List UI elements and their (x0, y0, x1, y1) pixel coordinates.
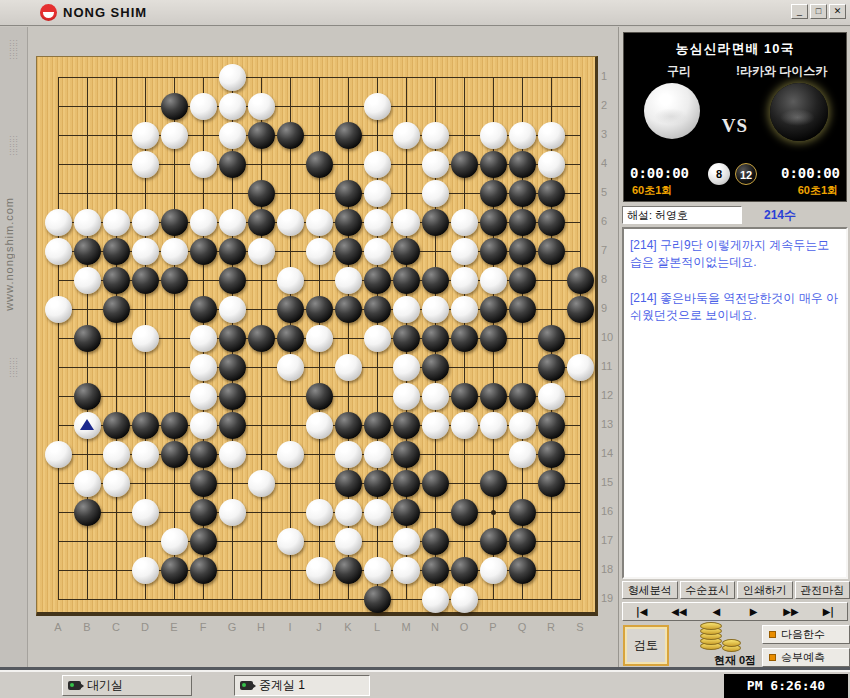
stone-P17 (480, 528, 507, 555)
black-stone-image (770, 83, 828, 141)
row-label: 9 (601, 302, 619, 314)
stone-L19 (364, 586, 391, 613)
star-point (491, 510, 496, 515)
stone-C15 (103, 470, 130, 497)
stone-N10 (422, 325, 449, 352)
row-label: 10 (601, 331, 619, 343)
stone-Q17 (509, 528, 536, 555)
system-clock: PM 6:26:40 (724, 674, 848, 698)
print-button[interactable]: 인쇄하기 (737, 581, 793, 599)
stone-C13 (103, 412, 130, 439)
stone-M6 (393, 209, 420, 236)
stone-R5 (538, 180, 565, 207)
stone-J9 (306, 296, 333, 323)
stone-C7 (103, 238, 130, 265)
stone-L14 (364, 441, 391, 468)
right-byoyomi: 60초1회 (798, 183, 838, 198)
row-label: 1 (601, 70, 619, 82)
col-label: J (309, 621, 329, 633)
stone-L4 (364, 151, 391, 178)
stone-D13 (132, 412, 159, 439)
stone-F18 (190, 557, 217, 584)
stone-P18 (480, 557, 507, 584)
col-label: K (338, 621, 358, 633)
stone-B13 (74, 412, 101, 439)
stone-J4 (306, 151, 333, 178)
app-window: NONG SHIM _ □ ✕ :::::::::::: :::::::::::… (0, 0, 850, 698)
last-move-button[interactable]: ▶| (810, 603, 847, 620)
stone-P12 (480, 383, 507, 410)
stone-Q5 (509, 180, 536, 207)
grip-dots: :::::::::::: (7, 39, 21, 59)
close-button[interactable]: ✕ (829, 4, 846, 19)
col-label: A (48, 621, 68, 633)
stone-M11 (393, 354, 420, 381)
stone-Q9 (509, 296, 536, 323)
col-label: G (222, 621, 242, 633)
stone-R7 (538, 238, 565, 265)
stone-N19 (422, 586, 449, 613)
stone-I10 (277, 325, 304, 352)
stone-N8 (422, 267, 449, 294)
col-label: R (541, 621, 561, 633)
col-label: C (106, 621, 126, 633)
stone-E6 (161, 209, 188, 236)
prediction-button[interactable]: 승부예측 (762, 648, 850, 667)
stone-S8 (567, 267, 594, 294)
col-label: P (483, 621, 503, 633)
camera-icon (240, 681, 253, 690)
stone-P15 (480, 470, 507, 497)
stone-Q14 (509, 441, 536, 468)
match-title: 농심신라면배 10국 (624, 40, 846, 58)
row-label: 2 (601, 99, 619, 111)
stone-G3 (219, 122, 246, 149)
stone-G4 (219, 151, 246, 178)
stone-L8 (364, 267, 391, 294)
stone-K8 (335, 267, 362, 294)
stone-L10 (364, 325, 391, 352)
stone-E18 (161, 557, 188, 584)
stone-N15 (422, 470, 449, 497)
stone-O13 (451, 412, 478, 439)
stone-M17 (393, 528, 420, 555)
leave-button[interactable]: 관전마침 (795, 581, 850, 599)
stone-L18 (364, 557, 391, 584)
orange-bullet-icon (769, 654, 776, 661)
stone-O18 (451, 557, 478, 584)
stone-M13 (393, 412, 420, 439)
stone-R15 (538, 470, 565, 497)
stone-B10 (74, 325, 101, 352)
stone-B16 (74, 499, 101, 526)
chat-message: [214] 좋은바둑을 역전당한것이 매우 아쉬웠던것으로 보이네요. (630, 290, 840, 325)
stone-M10 (393, 325, 420, 352)
row-label: 6 (601, 215, 619, 227)
stone-Q16 (509, 499, 536, 526)
stone-F2 (190, 93, 217, 120)
stone-G6 (219, 209, 246, 236)
stone-A7 (45, 238, 72, 265)
stone-Q4 (509, 151, 536, 178)
tab-broadcast-room[interactable]: 중계실 1 (234, 675, 370, 696)
back-button[interactable]: ◀ (698, 603, 735, 620)
stone-L7 (364, 238, 391, 265)
stone-G14 (219, 441, 246, 468)
stone-P8 (480, 267, 507, 294)
stone-A14 (45, 441, 72, 468)
stone-G16 (219, 499, 246, 526)
stone-K13 (335, 412, 362, 439)
row-label: 14 (601, 447, 619, 459)
stone-B8 (74, 267, 101, 294)
stone-Q13 (509, 412, 536, 439)
stone-I8 (277, 267, 304, 294)
commentator-field[interactable]: 해설: 허영호 (622, 206, 742, 224)
col-label: B (77, 621, 97, 633)
stone-D10 (132, 325, 159, 352)
orange-bullet-icon (769, 631, 776, 638)
next-move-bet-button[interactable]: 다음한수 (762, 625, 850, 644)
stone-Q18 (509, 557, 536, 584)
stone-H15 (248, 470, 275, 497)
stone-F17 (190, 528, 217, 555)
stone-H6 (248, 209, 275, 236)
right-clock: 0:00:00 (781, 165, 840, 181)
stone-P7 (480, 238, 507, 265)
stone-Q7 (509, 238, 536, 265)
back-fast-button[interactable]: ◀◀ (660, 603, 697, 620)
stone-H5 (248, 180, 275, 207)
stone-G1 (219, 64, 246, 91)
stone-L5 (364, 180, 391, 207)
stone-I3 (277, 122, 304, 149)
col-label: F (193, 621, 213, 633)
review-button[interactable]: 검토 (623, 625, 669, 666)
stone-D14 (132, 441, 159, 468)
row-label: 12 (601, 389, 619, 401)
stone-E8 (161, 267, 188, 294)
stone-O4 (451, 151, 478, 178)
stone-M14 (393, 441, 420, 468)
stone-P6 (480, 209, 507, 236)
stone-D18 (132, 557, 159, 584)
chat-message: [214] 구리9단 이렇게까지 계속두는모습은 잘본적이없는데요. (630, 237, 840, 272)
white-count-ball: 8 (708, 163, 730, 185)
col-label: E (164, 621, 184, 633)
nongshim-logo-icon (40, 4, 57, 21)
stone-C6 (103, 209, 130, 236)
stone-J13 (306, 412, 333, 439)
forward-button[interactable]: ▶ (735, 603, 772, 620)
col-label: N (425, 621, 445, 633)
stone-K6 (335, 209, 362, 236)
stone-O19 (451, 586, 478, 613)
stone-N12 (422, 383, 449, 410)
stone-Q3 (509, 122, 536, 149)
stone-K17 (335, 528, 362, 555)
commentary-chat[interactable]: [214] 구리9단 이렇게까지 계속두는모습은 잘본적이없는데요. [214]… (622, 227, 848, 579)
stone-B15 (74, 470, 101, 497)
stone-M9 (393, 296, 420, 323)
bottom-taskbar: 대기실 중계실 1 PM 6:26:40 (0, 670, 850, 698)
stone-J7 (306, 238, 333, 265)
stone-F14 (190, 441, 217, 468)
stone-N5 (422, 180, 449, 207)
row-label: 15 (601, 476, 619, 488)
camera-icon (68, 681, 81, 690)
col-label: O (454, 621, 474, 633)
stone-O6 (451, 209, 478, 236)
window-title: NONG SHIM (63, 5, 147, 20)
stone-F9 (190, 296, 217, 323)
col-label: L (367, 621, 387, 633)
analysis-button[interactable]: 형세분석 (622, 581, 678, 599)
row-label: 17 (601, 534, 619, 546)
last-move-marker (80, 419, 94, 430)
stone-P5 (480, 180, 507, 207)
row-label: 8 (601, 273, 619, 285)
stone-M18 (393, 557, 420, 584)
row-label: 16 (601, 505, 619, 517)
move-nav-bar: |◀ ◀◀ ◀ ▶ ▶▶ ▶| (622, 602, 848, 621)
stone-O8 (451, 267, 478, 294)
row-label: 19 (601, 592, 619, 604)
stone-C8 (103, 267, 130, 294)
col-label: I (280, 621, 300, 633)
left-byoyomi: 60초1회 (632, 183, 672, 198)
stone-F6 (190, 209, 217, 236)
stone-D7 (132, 238, 159, 265)
coins-icon (700, 624, 770, 652)
stone-I11 (277, 354, 304, 381)
grip-dots: :::::::::::: (7, 135, 21, 155)
stone-N4 (422, 151, 449, 178)
cloud-pattern (780, 109, 815, 126)
stone-R11 (538, 354, 565, 381)
stone-D8 (132, 267, 159, 294)
stone-S11 (567, 354, 594, 381)
stone-N13 (422, 412, 449, 439)
stone-Q6 (509, 209, 536, 236)
row-label: 3 (601, 128, 619, 140)
stone-G11 (219, 354, 246, 381)
stone-K14 (335, 441, 362, 468)
stone-M15 (393, 470, 420, 497)
stone-O10 (451, 325, 478, 352)
stone-A6 (45, 209, 72, 236)
stone-J16 (306, 499, 333, 526)
minimize-button[interactable]: _ (791, 4, 808, 19)
stone-F16 (190, 499, 217, 526)
stone-F10 (190, 325, 217, 352)
stone-K16 (335, 499, 362, 526)
stone-H3 (248, 122, 275, 149)
stone-R13 (538, 412, 565, 439)
stone-L6 (364, 209, 391, 236)
stone-R12 (538, 383, 565, 410)
stone-M12 (393, 383, 420, 410)
stone-F7 (190, 238, 217, 265)
stone-B6 (74, 209, 101, 236)
stone-E17 (161, 528, 188, 555)
stone-P10 (480, 325, 507, 352)
col-label: Q (512, 621, 532, 633)
stone-D3 (132, 122, 159, 149)
stone-K5 (335, 180, 362, 207)
stone-F4 (190, 151, 217, 178)
stone-G12 (219, 383, 246, 410)
right-player-name: !라카와 다이스카 (736, 63, 848, 80)
stone-G7 (219, 238, 246, 265)
stone-N3 (422, 122, 449, 149)
stone-D16 (132, 499, 159, 526)
stone-E13 (161, 412, 188, 439)
tab-waiting-room[interactable]: 대기실 (62, 675, 192, 696)
stone-F13 (190, 412, 217, 439)
row-label: 18 (601, 563, 619, 575)
stone-K11 (335, 354, 362, 381)
stone-O9 (451, 296, 478, 323)
stone-L13 (364, 412, 391, 439)
nongshim-url: www.nongshim.com (3, 197, 25, 311)
stone-N18 (422, 557, 449, 584)
stone-E3 (161, 122, 188, 149)
stone-R10 (538, 325, 565, 352)
stone-O7 (451, 238, 478, 265)
stone-N9 (422, 296, 449, 323)
stone-E2 (161, 93, 188, 120)
stone-J6 (306, 209, 333, 236)
stone-R4 (538, 151, 565, 178)
stone-P9 (480, 296, 507, 323)
row-label: 5 (601, 186, 619, 198)
left-clock: 0:00:00 (630, 165, 689, 181)
stone-F15 (190, 470, 217, 497)
row-label: 7 (601, 244, 619, 256)
stone-F12 (190, 383, 217, 410)
stone-D4 (132, 151, 159, 178)
move-count: 214수 (764, 207, 796, 224)
stone-R3 (538, 122, 565, 149)
stone-L15 (364, 470, 391, 497)
stone-B7 (74, 238, 101, 265)
stone-R14 (538, 441, 565, 468)
stone-M16 (393, 499, 420, 526)
stone-I9 (277, 296, 304, 323)
black-count-ball: 12 (735, 163, 757, 185)
stone-D6 (132, 209, 159, 236)
match-scoreboard: 농심신라면배 10국 구리 !라카와 다이스카 VS 0:00:00 8 12 … (623, 32, 847, 202)
move-numbers-button[interactable]: 수순표시 (680, 581, 736, 599)
stone-C9 (103, 296, 130, 323)
stone-R6 (538, 209, 565, 236)
stone-L2 (364, 93, 391, 120)
stone-M8 (393, 267, 420, 294)
first-move-button[interactable]: |◀ (623, 603, 660, 620)
stone-G8 (219, 267, 246, 294)
stone-K3 (335, 122, 362, 149)
stone-F11 (190, 354, 217, 381)
stone-A9 (45, 296, 72, 323)
stone-J18 (306, 557, 333, 584)
stone-I14 (277, 441, 304, 468)
stone-H2 (248, 93, 275, 120)
stone-E14 (161, 441, 188, 468)
forward-fast-button[interactable]: ▶▶ (772, 603, 809, 620)
stone-G9 (219, 296, 246, 323)
stone-P4 (480, 151, 507, 178)
stone-N17 (422, 528, 449, 555)
stone-C14 (103, 441, 130, 468)
stone-N11 (422, 354, 449, 381)
stone-O16 (451, 499, 478, 526)
stone-H7 (248, 238, 275, 265)
stone-S9 (567, 296, 594, 323)
col-label: H (251, 621, 271, 633)
row-label: 11 (601, 360, 619, 372)
stone-G13 (219, 412, 246, 439)
stone-M7 (393, 238, 420, 265)
stone-E7 (161, 238, 188, 265)
right-panel: 농심신라면배 10국 구리 !라카와 다이스카 VS 0:00:00 8 12 … (618, 27, 850, 670)
stone-Q8 (509, 267, 536, 294)
title-bar: NONG SHIM _ □ ✕ (0, 0, 850, 26)
stone-G10 (219, 325, 246, 352)
stone-J12 (306, 383, 333, 410)
row-label: 13 (601, 418, 619, 430)
stone-Q12 (509, 383, 536, 410)
stone-L16 (364, 499, 391, 526)
stone-G2 (219, 93, 246, 120)
stone-K7 (335, 238, 362, 265)
side-strip: :::::::::::: :::::::::::: www.nongshim.c… (0, 27, 28, 670)
row-label: 4 (601, 157, 619, 169)
stone-K15 (335, 470, 362, 497)
stone-P3 (480, 122, 507, 149)
stone-L9 (364, 296, 391, 323)
left-player-name: 구리 (630, 63, 728, 80)
stone-B12 (74, 383, 101, 410)
col-label: S (570, 621, 590, 633)
stone-K18 (335, 557, 362, 584)
stone-P13 (480, 412, 507, 439)
stone-I17 (277, 528, 304, 555)
maximize-button[interactable]: □ (810, 4, 827, 19)
stone-M3 (393, 122, 420, 149)
stone-J10 (306, 325, 333, 352)
col-label: M (396, 621, 416, 633)
stone-K9 (335, 296, 362, 323)
stone-I6 (277, 209, 304, 236)
stone-N6 (422, 209, 449, 236)
stone-O12 (451, 383, 478, 410)
stone-H10 (248, 325, 275, 352)
col-label: D (135, 621, 155, 633)
grip-dots: :::::::::::: (7, 357, 21, 377)
